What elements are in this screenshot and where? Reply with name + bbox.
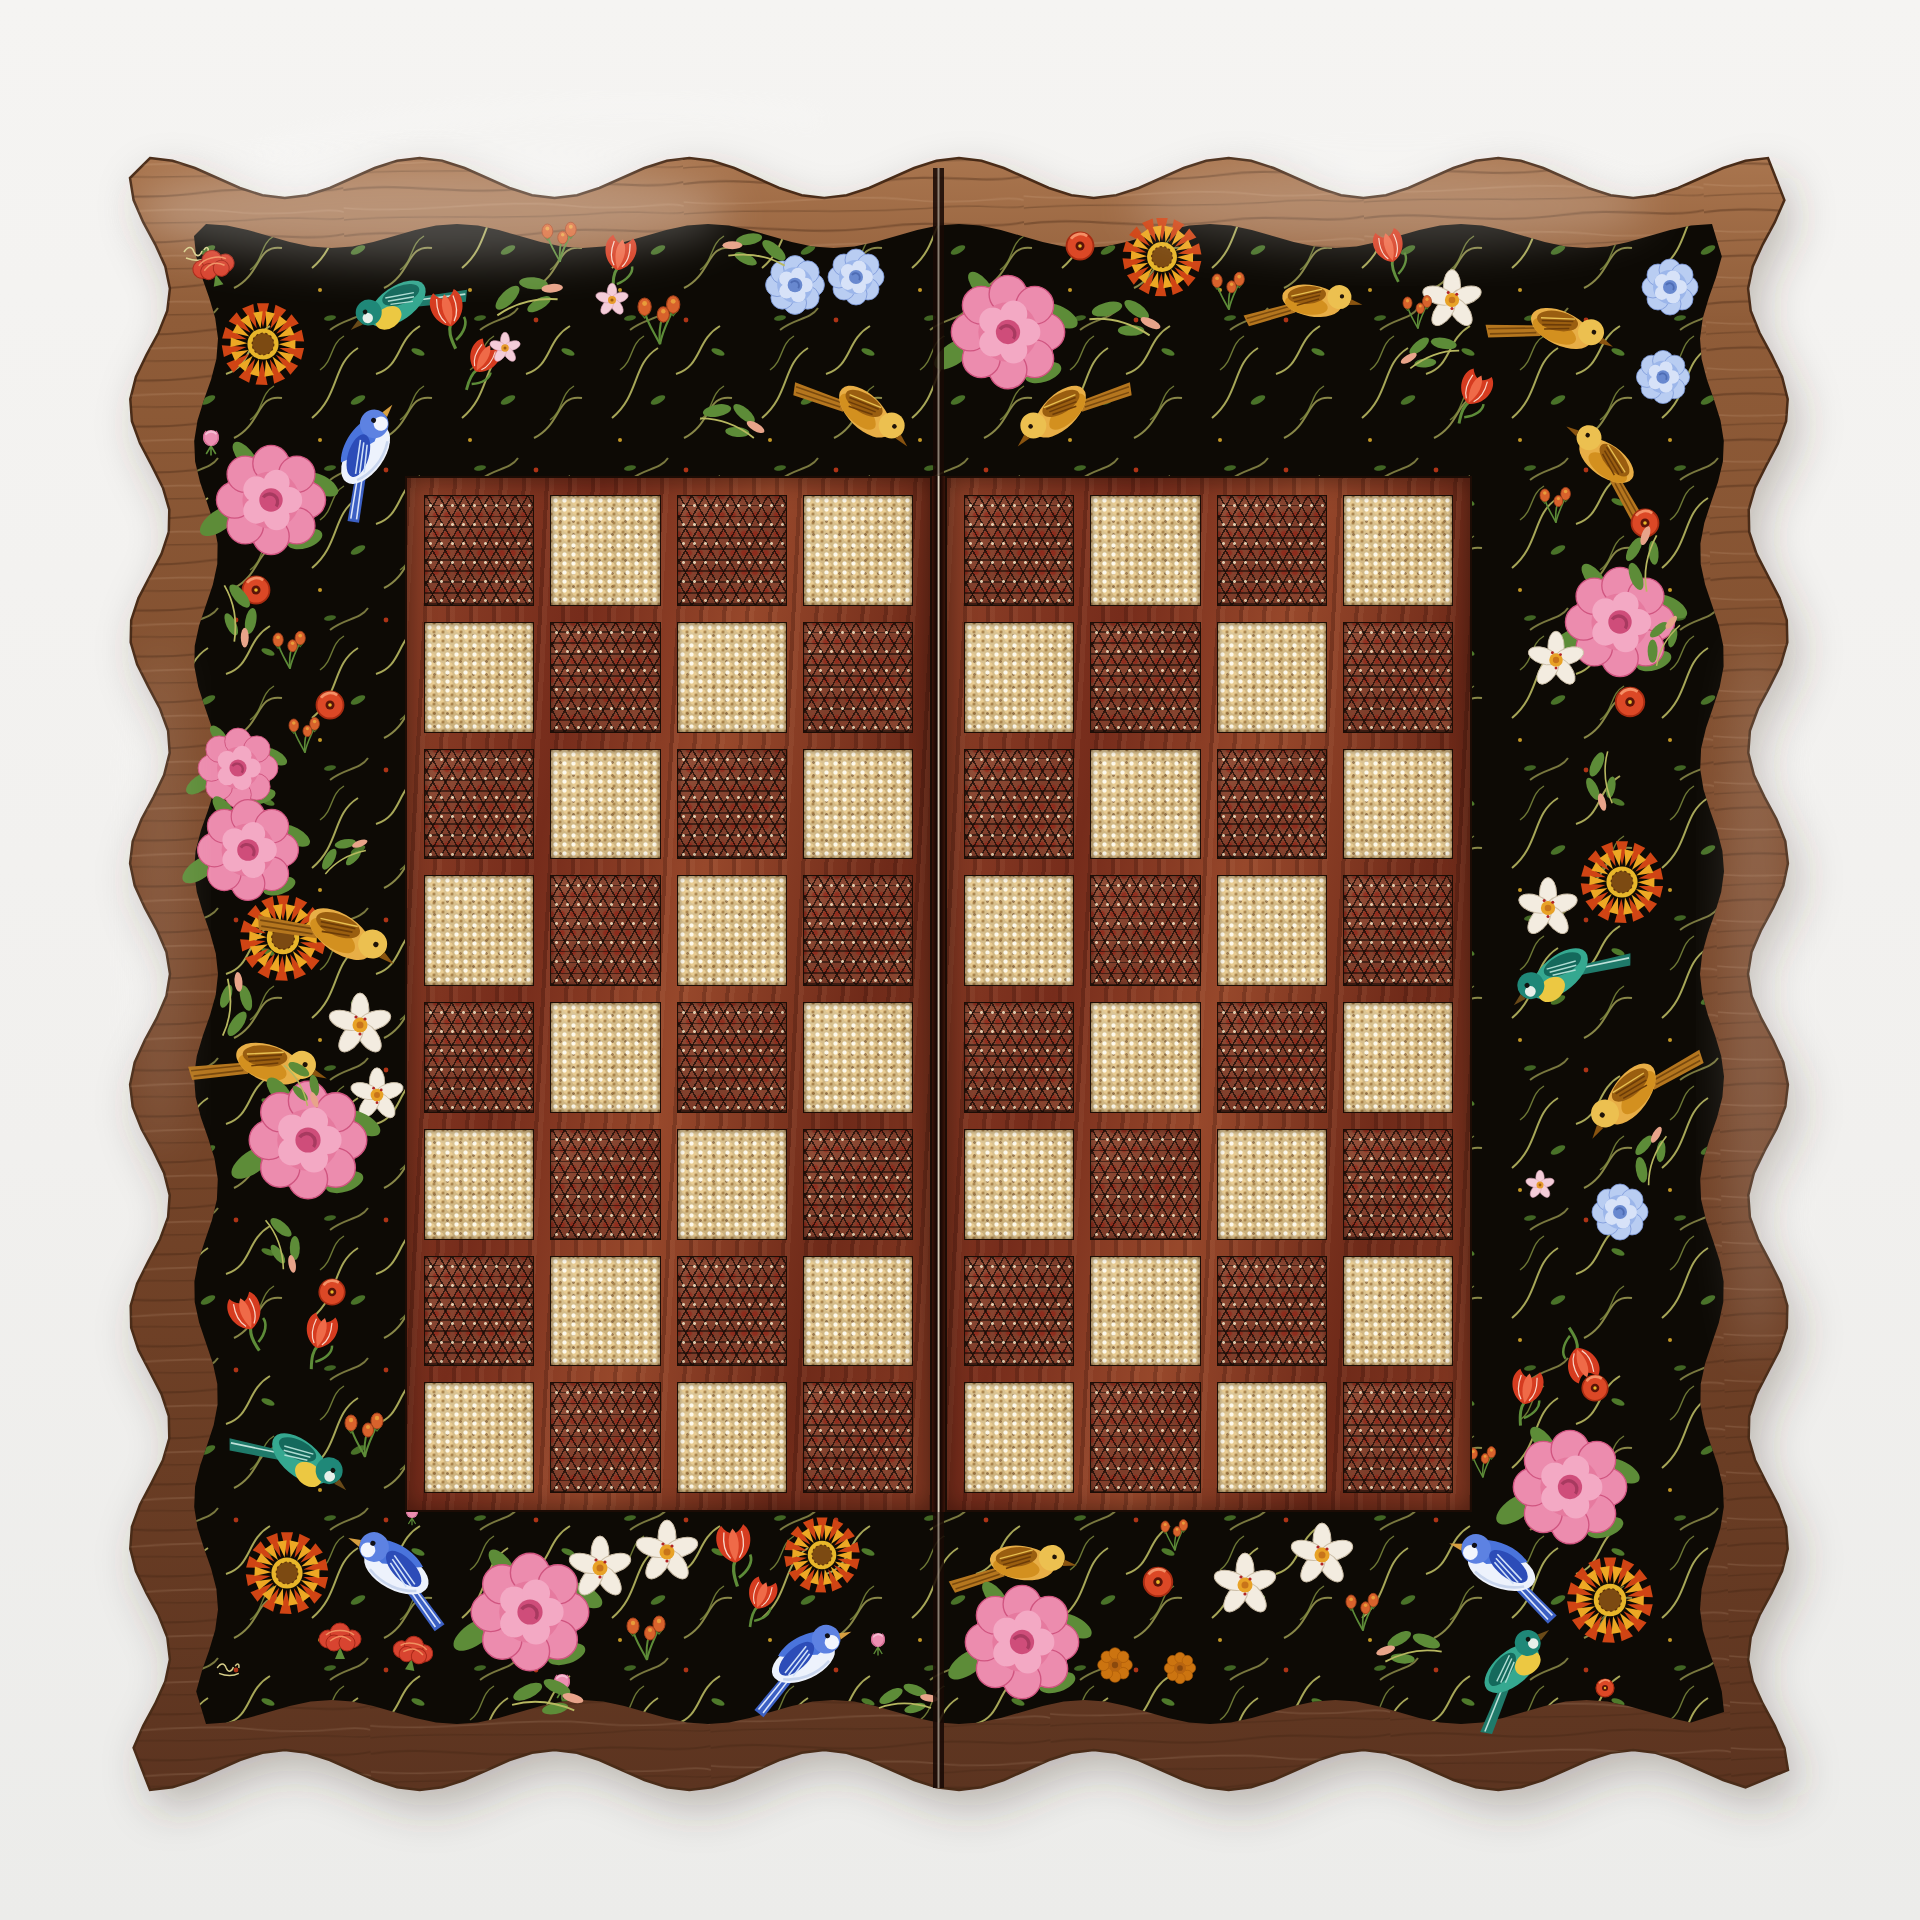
square-b3[interactable]: [550, 1129, 660, 1240]
square-f6[interactable]: [1090, 749, 1200, 860]
square-e5[interactable]: [964, 875, 1074, 986]
square-h6[interactable]: [1343, 749, 1453, 860]
board-left-leaf: [405, 476, 932, 1512]
square-d1[interactable]: [803, 1382, 913, 1493]
square-c7[interactable]: [677, 622, 787, 733]
square-a6[interactable]: [424, 749, 534, 860]
square-g4[interactable]: [1217, 1002, 1327, 1113]
square-a4[interactable]: [424, 1002, 534, 1113]
square-d7[interactable]: [803, 622, 913, 733]
poppy-ornament: [317, 692, 344, 719]
square-d8[interactable]: [803, 495, 913, 606]
center-hinge-seam: [932, 476, 945, 1512]
square-b6[interactable]: [550, 749, 660, 860]
photo-background: [0, 0, 1920, 1920]
square-d6[interactable]: [803, 749, 913, 860]
chess-board: [405, 476, 1472, 1512]
square-a1[interactable]: [424, 1382, 534, 1493]
square-h3[interactable]: [1343, 1129, 1453, 1240]
square-b4[interactable]: [550, 1002, 660, 1113]
square-h1[interactable]: [1343, 1382, 1453, 1493]
square-f7[interactable]: [1090, 622, 1200, 733]
square-h8[interactable]: [1343, 495, 1453, 606]
square-h7[interactable]: [1343, 622, 1453, 733]
square-h4[interactable]: [1343, 1002, 1453, 1113]
square-f4[interactable]: [1090, 1002, 1200, 1113]
square-d4[interactable]: [803, 1002, 913, 1113]
square-g2[interactable]: [1217, 1256, 1327, 1367]
square-c3[interactable]: [677, 1129, 787, 1240]
square-g6[interactable]: [1217, 749, 1327, 860]
square-h2[interactable]: [1343, 1256, 1453, 1367]
poppy-ornament: [319, 1279, 345, 1305]
square-e4[interactable]: [964, 1002, 1074, 1113]
square-g1[interactable]: [1217, 1382, 1327, 1493]
poppy-ornament: [1596, 1679, 1614, 1697]
poppy-ornament: [1067, 233, 1094, 260]
square-e3[interactable]: [964, 1129, 1074, 1240]
square-c1[interactable]: [677, 1382, 787, 1493]
square-a3[interactable]: [424, 1129, 534, 1240]
poppy-ornament: [1144, 1568, 1173, 1597]
square-f5[interactable]: [1090, 875, 1200, 986]
square-g5[interactable]: [1217, 875, 1327, 986]
square-b7[interactable]: [550, 622, 660, 733]
square-b1[interactable]: [550, 1382, 660, 1493]
poppy-ornament: [1616, 688, 1645, 717]
board-right-leaf: [945, 476, 1472, 1512]
peony-ornament: [766, 256, 825, 315]
square-f2[interactable]: [1090, 1256, 1200, 1367]
square-a2[interactable]: [424, 1256, 534, 1367]
marigold-ornament: [1098, 1648, 1133, 1683]
square-g3[interactable]: [1217, 1129, 1327, 1240]
square-e7[interactable]: [964, 622, 1074, 733]
square-h5[interactable]: [1343, 875, 1453, 986]
marigold-ornament: [1164, 1652, 1195, 1683]
square-f8[interactable]: [1090, 495, 1200, 606]
square-f1[interactable]: [1090, 1382, 1200, 1493]
square-d5[interactable]: [803, 875, 913, 986]
square-c5[interactable]: [677, 875, 787, 986]
square-a8[interactable]: [424, 495, 534, 606]
square-b8[interactable]: [550, 495, 660, 606]
square-g7[interactable]: [1217, 622, 1327, 733]
square-c4[interactable]: [677, 1002, 787, 1113]
square-e1[interactable]: [964, 1382, 1074, 1493]
square-c2[interactable]: [677, 1256, 787, 1367]
square-b5[interactable]: [550, 875, 660, 986]
poppy-ornament: [1582, 1375, 1608, 1401]
square-g8[interactable]: [1217, 495, 1327, 606]
square-c6[interactable]: [677, 749, 787, 860]
square-e8[interactable]: [964, 495, 1074, 606]
square-d3[interactable]: [803, 1129, 913, 1240]
square-e2[interactable]: [964, 1256, 1074, 1367]
square-a5[interactable]: [424, 875, 534, 986]
square-c8[interactable]: [677, 495, 787, 606]
square-a7[interactable]: [424, 622, 534, 733]
square-b2[interactable]: [550, 1256, 660, 1367]
square-e6[interactable]: [964, 749, 1074, 860]
square-f3[interactable]: [1090, 1129, 1200, 1240]
square-d2[interactable]: [803, 1256, 913, 1367]
peony-ornament: [1636, 350, 1689, 403]
peony-ornament: [1592, 1184, 1648, 1240]
peony-ornament: [828, 249, 884, 305]
peony-ornament: [1642, 259, 1698, 315]
